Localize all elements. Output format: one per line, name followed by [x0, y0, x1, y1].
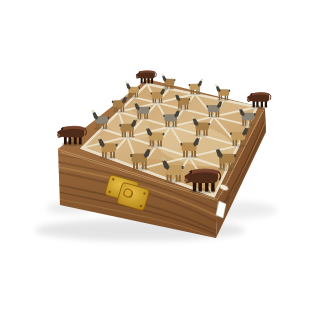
- product-photo: [0, 0, 324, 324]
- bagh-chal-box: [0, 0, 324, 324]
